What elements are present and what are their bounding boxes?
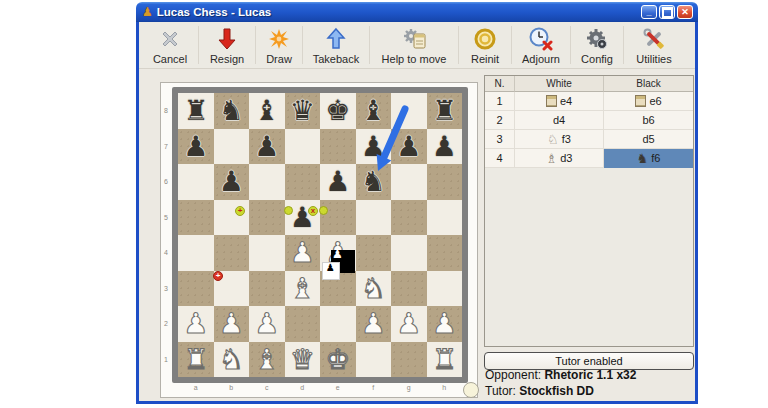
move-row-4: 4d3f6 [485, 149, 693, 168]
gear-icon [585, 27, 609, 52]
square-b8[interactable]: ♞ [214, 93, 250, 129]
square-f8[interactable]: ♝ [356, 93, 392, 129]
square-d1[interactable]: ♛ [285, 342, 321, 378]
toolbar-separator [570, 26, 571, 64]
green-cross-marker: + [235, 206, 245, 216]
config-button[interactable]: Config [572, 22, 622, 68]
toolbar-separator [511, 26, 512, 64]
black-k-piece[interactable]: ♚ [320, 93, 356, 129]
tools-icon [642, 27, 666, 52]
move-text: d4 [553, 114, 565, 126]
tutor-status: Tutor: Stockfish DD [485, 384, 594, 398]
black-p-piece[interactable]: ♟ [178, 129, 214, 165]
move-list-header: N. White Black [485, 76, 693, 92]
move-number-cell[interactable]: 3 [485, 130, 515, 149]
move-cell[interactable]: b6 [604, 111, 693, 130]
adjourn-button[interactable]: Adjourn [513, 22, 569, 68]
window-body: Cancel Resign Draw Takebac [136, 22, 698, 404]
square-g2[interactable]: ♟ [391, 306, 427, 342]
move-cell[interactable]: d5 [604, 130, 693, 149]
toolbar-separator [623, 26, 624, 64]
white-p-piece[interactable]: ♟ [178, 306, 214, 342]
gold-ring-icon [473, 27, 497, 52]
toolbar-separator [369, 26, 370, 64]
white-k-piece[interactable]: ♚ [320, 342, 356, 378]
square-a7[interactable]: ♟ [178, 129, 214, 165]
move-number-cell[interactable]: 1 [485, 92, 515, 111]
rank-labels: 87654321 [161, 93, 171, 377]
maximize-button[interactable] [659, 5, 675, 19]
black-r-piece[interactable]: ♜ [427, 93, 463, 129]
square-g8[interactable] [391, 93, 427, 129]
white-r-piece[interactable]: ♜ [178, 342, 214, 378]
toolbar-separator [302, 26, 303, 64]
white-p-piece[interactable]: ♟ [214, 306, 250, 342]
gear-notepad-icon [401, 27, 427, 52]
white-b-piece[interactable]: ♝ [249, 342, 285, 378]
black-p-piece[interactable]: ♟ [285, 200, 321, 236]
square-h4[interactable] [427, 235, 463, 271]
column-header-n: N. [485, 76, 515, 92]
square-f6[interactable]: ♞ [356, 164, 392, 200]
square-b7[interactable] [214, 129, 250, 165]
green-x-marker: x [308, 206, 318, 216]
white-q-piece[interactable]: ♛ [285, 342, 321, 378]
chess-board[interactable]: ♜♞♝♛♚♝♜♟♟♟♟♟♟♟♞♟♟♟♝♞♟♟♟♟♟♟♜♞♝♛♚♜ [178, 93, 462, 377]
move-cell[interactable]: f3 [515, 130, 604, 149]
white-p-piece[interactable]: ♟ [320, 235, 356, 271]
white-b-piece[interactable]: ♝ [285, 271, 321, 307]
orange-star-icon [267, 27, 291, 52]
toolbar-separator [255, 26, 256, 64]
utilities-button[interactable]: Utilities [625, 22, 683, 68]
tutor-enabled-label: Tutor enabled [555, 355, 622, 367]
square-a6[interactable] [178, 164, 214, 200]
square-c4[interactable] [249, 235, 285, 271]
black-n-piece[interactable]: ♞ [214, 93, 250, 129]
takeback-button[interactable]: Takeback [304, 22, 368, 68]
bN-figurine-icon [637, 152, 649, 165]
move-text: e6 [649, 95, 661, 107]
square-e8[interactable]: ♚ [320, 93, 356, 129]
tutor-value: Stockfish DD [519, 384, 594, 398]
tutor-label: Tutor: [485, 384, 516, 398]
square-d2[interactable] [285, 306, 321, 342]
lucas-chess-window: ♟ Lucas Chess - Lucas _ ✕ Cancel Resign [136, 2, 698, 404]
square-h3[interactable] [427, 271, 463, 307]
red-cross-marker: + [213, 271, 223, 281]
black-r-piece[interactable]: ♜ [178, 93, 214, 129]
move-cell[interactable]: d3 [515, 149, 604, 168]
move-text: f3 [562, 133, 571, 145]
black-b-piece[interactable]: ♝ [249, 93, 285, 129]
square-d6[interactable] [285, 164, 321, 200]
square-h5[interactable] [427, 200, 463, 236]
move-text: d5 [642, 133, 654, 145]
square-a1[interactable]: ♜ [178, 342, 214, 378]
square-e4[interactable]: ♟ [320, 235, 356, 271]
opening-book-icon [546, 95, 557, 107]
square-e3[interactable] [320, 271, 356, 307]
black-p-piece[interactable]: ♟ [320, 164, 356, 200]
square-h6[interactable] [427, 164, 463, 200]
white-p-piece[interactable]: ♟ [249, 306, 285, 342]
square-d4[interactable]: ♟ [285, 235, 321, 271]
opening-book-icon [635, 95, 646, 107]
square-h2[interactable]: ♟ [427, 306, 463, 342]
white-n-piece[interactable]: ♞ [356, 271, 392, 307]
square-g6[interactable] [391, 164, 427, 200]
move-row-2: 2d4b6 [485, 111, 693, 130]
black-b-piece[interactable]: ♝ [356, 93, 392, 129]
white-n-piece[interactable]: ♞ [214, 342, 250, 378]
square-e5[interactable] [320, 200, 356, 236]
black-p-piece[interactable]: ♟ [356, 129, 392, 165]
column-header-white: White [515, 76, 604, 92]
move-cell[interactable]: f6 [604, 149, 693, 168]
white-p-piece[interactable]: ♟ [356, 306, 392, 342]
square-e6[interactable]: ♟ [320, 164, 356, 200]
black-n-piece[interactable]: ♞ [356, 164, 392, 200]
square-d5[interactable]: ♟ [285, 200, 321, 236]
move-text: e4 [560, 95, 572, 107]
window-title: Lucas Chess - Lucas [157, 6, 271, 18]
move-number-cell[interactable]: 4 [485, 149, 515, 168]
white-r-piece[interactable]: ♜ [427, 342, 463, 378]
move-text: f6 [651, 152, 660, 164]
opponent-label: Opponent: [485, 368, 541, 382]
toolbar: Cancel Resign Draw Takebac [139, 22, 695, 69]
square-c8[interactable]: ♝ [249, 93, 285, 129]
square-e2[interactable] [320, 306, 356, 342]
help-to-move-button[interactable]: Help to move [371, 22, 457, 68]
square-b1[interactable]: ♞ [214, 342, 250, 378]
square-f5[interactable] [356, 200, 392, 236]
title-bar[interactable]: ♟ Lucas Chess - Lucas _ ✕ [136, 2, 698, 22]
square-a5[interactable] [178, 200, 214, 236]
cancel-x-icon [158, 27, 182, 52]
move-text: d3 [560, 152, 572, 164]
black-p-piece[interactable]: ♟ [427, 129, 463, 165]
square-b4[interactable] [214, 235, 250, 271]
square-c5[interactable] [249, 200, 285, 236]
square-c1[interactable]: ♝ [249, 342, 285, 378]
resign-button[interactable]: Resign [200, 22, 254, 68]
square-a3[interactable] [178, 271, 214, 307]
wB-figurine-icon [546, 152, 558, 165]
move-row-3: 3f3d5 [485, 130, 693, 149]
move-number-cell[interactable]: 2 [485, 111, 515, 130]
square-g3[interactable] [391, 271, 427, 307]
close-button[interactable]: ✕ [677, 5, 693, 19]
square-f4[interactable] [356, 235, 392, 271]
white-p-piece[interactable]: ♟ [285, 235, 321, 271]
square-e1[interactable]: ♚ [320, 342, 356, 378]
green-dot-marker [319, 206, 328, 215]
square-c3[interactable] [249, 271, 285, 307]
black-p-piece[interactable]: ♟ [214, 164, 250, 200]
opponent-value: Rhetoric 1.1 x32 [544, 368, 636, 382]
white-p-piece[interactable]: ♟ [391, 306, 427, 342]
clock-red-x-icon [528, 27, 554, 52]
move-cell[interactable]: d4 [515, 111, 604, 130]
board-panel: 87654321 ♜♞♝♛♚♝♜♟♟♟♟♟♟♟♞♟♟♟♝♞♟♟♟♟♟♟♜♞♝♛♚… [160, 82, 478, 398]
square-g4[interactable] [391, 235, 427, 271]
app-pawn-icon: ♟ [142, 2, 153, 22]
cancel-button[interactable]: Cancel [143, 22, 197, 68]
black-p-piece[interactable]: ♟ [249, 129, 285, 165]
wN-figurine-icon [547, 133, 559, 146]
square-a2[interactable]: ♟ [178, 306, 214, 342]
move-text: b6 [642, 114, 654, 126]
square-f2[interactable]: ♟ [356, 306, 392, 342]
column-header-black: Black [604, 76, 693, 92]
move-row-1: 1e4e6 [485, 92, 693, 111]
square-g5[interactable] [391, 200, 427, 236]
square-e7[interactable] [320, 129, 356, 165]
square-c2[interactable]: ♟ [249, 306, 285, 342]
engine-indicator-light [463, 382, 479, 398]
square-d8[interactable]: ♛ [285, 93, 321, 129]
file-labels: abcdefgh [178, 384, 462, 391]
move-list: N. White Black 1e4e62d4b63f3d54d3f6 [484, 75, 694, 347]
square-b2[interactable]: ♟ [214, 306, 250, 342]
red-down-arrow-icon [216, 27, 238, 52]
draw-button[interactable]: Draw [257, 22, 301, 68]
move-list-body: 1e4e62d4b63f3d54d3f6 [485, 92, 693, 168]
opponent-status: Opponent: Rhetoric 1.1 x32 [485, 368, 636, 382]
move-cell[interactable]: e6 [604, 92, 693, 111]
square-a4[interactable] [178, 235, 214, 271]
square-f7[interactable]: ♟ [356, 129, 392, 165]
white-p-piece[interactable]: ♟ [427, 306, 463, 342]
square-d3[interactable]: ♝ [285, 271, 321, 307]
toolbar-separator [198, 26, 199, 64]
square-f3[interactable]: ♞ [356, 271, 392, 307]
square-h1[interactable]: ♜ [427, 342, 463, 378]
square-g1[interactable] [391, 342, 427, 378]
green-dot-marker [284, 206, 293, 215]
reinit-button[interactable]: Reinit [460, 22, 510, 68]
square-d7[interactable] [285, 129, 321, 165]
black-q-piece[interactable]: ♛ [285, 93, 321, 129]
black-p-piece[interactable]: ♟ [391, 129, 427, 165]
square-g7[interactable]: ♟ [391, 129, 427, 165]
blue-up-arrow-icon [324, 27, 348, 52]
square-h7[interactable]: ♟ [427, 129, 463, 165]
square-a8[interactable]: ♜ [178, 93, 214, 129]
toolbar-separator [458, 26, 459, 64]
square-b6[interactable]: ♟ [214, 164, 250, 200]
square-c6[interactable] [249, 164, 285, 200]
minimize-button[interactable]: _ [641, 5, 657, 19]
square-c7[interactable]: ♟ [249, 129, 285, 165]
move-cell[interactable]: e4 [515, 92, 604, 111]
square-h8[interactable]: ♜ [427, 93, 463, 129]
square-b5[interactable] [214, 200, 250, 236]
square-f1[interactable] [356, 342, 392, 378]
